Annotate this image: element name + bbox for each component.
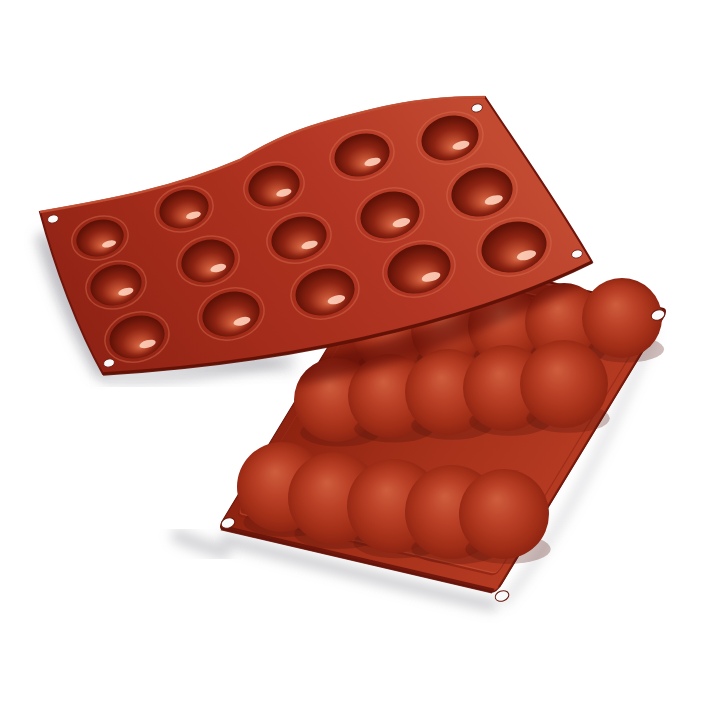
dome	[520, 340, 608, 428]
product-photo	[0, 0, 720, 720]
silicone-mold-photo	[0, 0, 720, 720]
dome	[582, 278, 662, 358]
dome	[459, 469, 549, 559]
